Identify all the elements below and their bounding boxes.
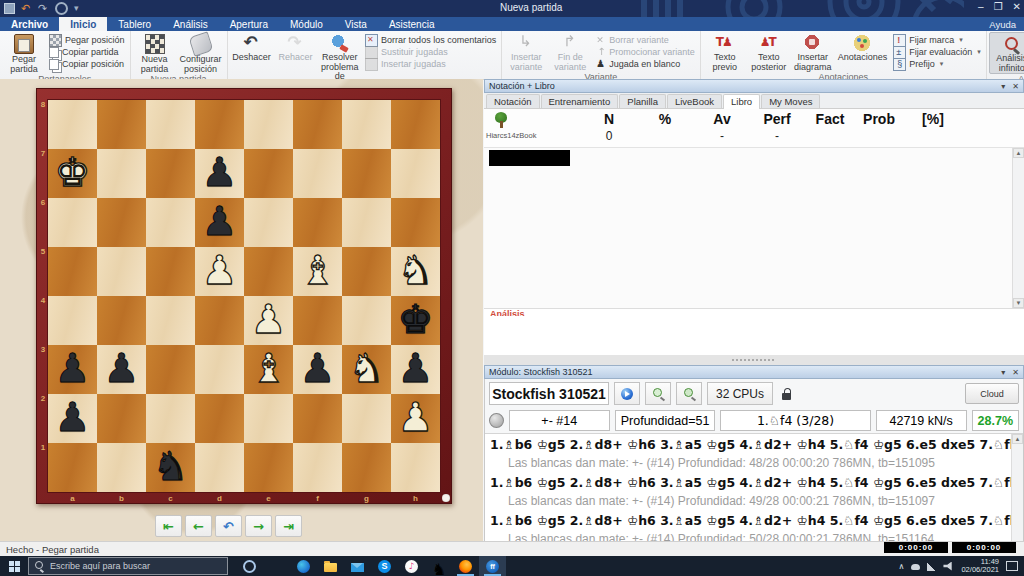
window-controls: – ❐ ✕ xyxy=(978,1,1021,12)
ribbon-button-label: Pegar posición xyxy=(65,35,125,45)
square-f5[interactable]: ♝ xyxy=(293,247,342,296)
ribbon-button-insertar-jugadas: Insertar jugadas xyxy=(362,58,499,70)
hidden-icons-chevron-icon[interactable]: ∧ xyxy=(899,562,905,571)
white-pawn[interactable]: ♟ xyxy=(195,247,244,296)
chess-app-icon: ♞ xyxy=(432,560,445,573)
windows-taskbar: Escribe aquí para buscar S♪♞ff ∧ 11:49 0… xyxy=(0,556,1024,576)
ribbon-button-deshacer[interactable]: Deshacer xyxy=(230,32,274,80)
cloud-button[interactable]: Cloud xyxy=(965,383,1019,404)
ribbon-button-label: Sustituir jugadas xyxy=(381,47,448,57)
paste-pos-icon xyxy=(49,34,62,47)
ribbon-button-borrar-todos-los-comentarios[interactable]: Borrar todos los comentarios xyxy=(362,34,499,46)
notation-empty-area[interactable] xyxy=(484,316,1024,355)
engine-lines[interactable]: ▲ ▼ 1.♗b6 ♔g5 2.♗d8+ ♔h6 3.♗a5 ♔g5 4.♗d2… xyxy=(485,433,1023,553)
square-g5[interactable] xyxy=(342,247,391,296)
title-bar: ↶ ↷ ▾ Nueva partida – ❐ ✕ xyxy=(0,0,1024,17)
square-f3[interactable]: ♟ xyxy=(293,345,342,394)
book-scrollbar[interactable]: ▲ ▼ xyxy=(1012,148,1024,308)
file-label: d xyxy=(195,494,244,503)
square-a4[interactable]: 4 xyxy=(48,296,97,345)
tab-asistencia[interactable]: Asistencia xyxy=(378,17,446,31)
go-end-button[interactable]: ⇥ xyxy=(275,515,302,537)
depth-box: Profundidad=51 xyxy=(615,410,716,431)
maximize-button[interactable]: ❐ xyxy=(994,1,1003,12)
notation-panel-titlebar[interactable]: Notación + Libro ▾ ✕ xyxy=(484,79,1024,93)
status-text: Hecho - Pegar partida xyxy=(6,544,99,555)
square-f8[interactable] xyxy=(293,100,342,149)
edge-icon xyxy=(297,560,310,573)
ribbon-group-anotaciones: Texto previoTexto posteriorInsertar diag… xyxy=(701,31,987,79)
ribbon-button-rehacer: Rehacer xyxy=(274,32,318,80)
square-h5[interactable]: ♞ xyxy=(391,247,440,296)
palette-icon xyxy=(853,34,871,52)
taskbar-mail-icon[interactable] xyxy=(344,556,371,576)
engine-switch-button[interactable] xyxy=(614,382,640,405)
black-pawn[interactable]: ♟ xyxy=(391,345,440,394)
black-knight[interactable]: ♞ xyxy=(146,443,195,492)
redo-big-icon xyxy=(287,34,305,52)
file-label: b xyxy=(97,494,146,503)
ribbon-button-label: Borrar variante xyxy=(609,35,669,45)
ribbon-button-label: Copiar partida xyxy=(62,47,119,57)
white-clock: 0:00:00 xyxy=(884,542,948,553)
square-e8[interactable] xyxy=(244,100,293,149)
square-c5[interactable] xyxy=(146,247,195,296)
ribbon-button-label: Promocionar variante xyxy=(609,47,695,57)
square-g7[interactable] xyxy=(342,149,391,198)
square-a5[interactable]: 5 xyxy=(48,247,97,296)
nullmove-icon xyxy=(595,59,606,70)
ribbon-button-anotaciones[interactable]: Anotaciones xyxy=(835,32,891,72)
task-view-icon xyxy=(270,560,283,573)
black-pawn[interactable]: ♟ xyxy=(293,345,342,394)
square-h7[interactable] xyxy=(391,149,440,198)
square-f7[interactable] xyxy=(293,149,342,198)
hash-usage-box: 28.7% xyxy=(972,410,1019,431)
book-tree-icon[interactable] xyxy=(492,112,510,128)
ribbon: Pegar partidaPegar posiciónCopiar partid… xyxy=(0,31,1024,80)
square-b2[interactable] xyxy=(97,394,146,443)
square-b7[interactable] xyxy=(97,149,146,198)
square-d2[interactable] xyxy=(195,394,244,443)
ribbon-button-fijar-evaluación[interactable]: Fijar evaluación▾ xyxy=(890,46,984,58)
game-clocks: 0:00:00 0:00:00 xyxy=(884,542,1016,553)
ribbon-button-label: Fijar marca xyxy=(909,35,954,45)
lock-icon[interactable] xyxy=(778,385,796,403)
square-c6[interactable] xyxy=(146,198,195,247)
engine-scrollbar[interactable]: ▲ ▼ xyxy=(1011,434,1023,552)
white-bishop[interactable]: ♝ xyxy=(244,345,293,394)
cortana-icon xyxy=(243,560,256,573)
white-pawn[interactable]: ♟ xyxy=(391,394,440,443)
square-g8[interactable] xyxy=(342,100,391,149)
promvar-icon xyxy=(595,47,606,58)
black-clock: 0:00:00 xyxy=(952,542,1016,553)
black-pawn[interactable]: ♟ xyxy=(195,198,244,247)
book-cell-value xyxy=(854,129,904,143)
square-h6[interactable] xyxy=(391,198,440,247)
engine-toolbar-row2: +- #14 Profundidad=51 1.♘f4 (3/28) 42719… xyxy=(485,407,1023,433)
black-king[interactable]: ♚ xyxy=(391,296,440,345)
taskbar-search-input[interactable]: Escribe aquí para buscar xyxy=(28,557,228,575)
square-a7[interactable]: ♚7 xyxy=(48,149,97,198)
ribbon-button-pegar-partida[interactable]: Pegar partida xyxy=(2,32,46,74)
ribbon-button-nueva-partida[interactable]: Nueva partida xyxy=(133,32,177,74)
taskbar-explorer-icon[interactable] xyxy=(317,556,344,576)
white-knight[interactable]: ♞ xyxy=(391,247,440,296)
insmov-icon xyxy=(365,58,378,71)
square-b8[interactable] xyxy=(97,100,146,149)
mail-icon xyxy=(351,563,364,572)
save-icon[interactable] xyxy=(4,3,15,14)
square-a3[interactable]: ♟3 xyxy=(48,345,97,394)
book-cell-value: 0 xyxy=(584,129,634,143)
tab-apertura[interactable]: Apertura xyxy=(219,17,279,31)
windows-logo-icon xyxy=(9,561,20,572)
minimize-button[interactable]: – xyxy=(978,1,984,12)
square-g1[interactable]: g xyxy=(342,443,391,492)
ribbon-button-copiar-partida[interactable]: Copiar partida xyxy=(46,46,128,58)
dropdown-arrow-icon[interactable]: ▾ xyxy=(959,36,963,44)
undo-big-icon xyxy=(243,34,261,52)
book-column-header: Fact xyxy=(806,111,854,127)
square-h1[interactable]: h xyxy=(391,443,440,492)
square-d6[interactable]: ♟ xyxy=(195,198,244,247)
notation-tabs: NotaciónEntrenamientoPlanillaLiveBookLib… xyxy=(484,93,1024,109)
clock-date[interactable]: 11:49 02/06/2021 xyxy=(961,558,999,574)
fritz-icon: ff xyxy=(486,560,499,573)
ribbon-button-jugada-en-blanco[interactable]: Jugada en blanco xyxy=(592,58,698,70)
tab-inicio[interactable]: Inicio xyxy=(59,17,107,31)
help-link[interactable]: Ayuda xyxy=(989,17,1024,31)
forward-button[interactable]: → xyxy=(245,515,272,537)
notation-tab-livebook[interactable]: LiveBook xyxy=(667,94,722,108)
black-pawn[interactable]: ♟ xyxy=(48,394,97,443)
square-g6[interactable] xyxy=(342,198,391,247)
taskbar-fritz-icon[interactable]: ff xyxy=(479,556,506,576)
white-to-move-indicator xyxy=(442,494,450,502)
square-d8[interactable] xyxy=(195,100,244,149)
file-label: a xyxy=(48,494,97,503)
prefix-icon xyxy=(893,58,906,71)
chess-board[interactable]: 8♚7♟6♟5♟♝♞4♟♚♟3♟♝♟♞♟♟2♟1ab♞cdefgh xyxy=(48,100,440,492)
ribbon-button-label: Fin de variante xyxy=(554,53,586,72)
undo-icon[interactable]: ↶ xyxy=(21,3,32,14)
board-pane: 8♚7♟6♟5♟♝♞4♟♚♟3♟♝♟♞♟♟2♟1ab♞cdefgh ⇤←↶→⇥ xyxy=(0,79,483,541)
tab-vista[interactable]: Vista xyxy=(334,17,378,31)
taskbar-edge-icon[interactable] xyxy=(290,556,317,576)
taskbar-firefox-icon[interactable] xyxy=(452,556,479,576)
square-e2[interactable] xyxy=(244,394,293,443)
zoom-out-analysis-button[interactable] xyxy=(676,382,702,405)
file-label: f xyxy=(293,494,342,503)
white-knight[interactable]: ♞ xyxy=(342,345,391,394)
takeback-button[interactable]: ↶ xyxy=(215,515,242,537)
network-icon[interactable] xyxy=(927,562,936,571)
square-a6[interactable]: 6 xyxy=(48,198,97,247)
square-c7[interactable] xyxy=(146,149,195,198)
book-cell-value: - xyxy=(748,129,806,143)
notation-tab-notación[interactable]: Notación xyxy=(486,94,540,108)
taskbar-skype-icon[interactable]: S xyxy=(371,556,398,576)
square-c2[interactable] xyxy=(146,394,195,443)
square-c3[interactable] xyxy=(146,345,195,394)
ribbon-button-análisis-infinito[interactable]: Análisis infinito xyxy=(989,32,1024,74)
window-title: Nueva partida xyxy=(500,2,562,13)
file-label: e xyxy=(244,494,293,503)
textpost-icon xyxy=(760,34,778,52)
ribbon-button-label: Texto previo xyxy=(712,53,737,72)
tab-módulo[interactable]: Módulo xyxy=(279,17,334,31)
square-f1[interactable]: f xyxy=(293,443,342,492)
panel-splitter[interactable] xyxy=(484,355,1024,365)
glove-icon xyxy=(188,31,213,56)
back-button[interactable]: ← xyxy=(185,515,212,537)
redo-icon[interactable]: ↷ xyxy=(38,3,49,14)
square-f4[interactable] xyxy=(293,296,342,345)
square-a1[interactable]: 1a xyxy=(48,443,97,492)
taskbar-cortana-icon[interactable] xyxy=(236,556,263,576)
board-icon xyxy=(145,34,165,54)
go-start-button[interactable]: ⇤ xyxy=(155,515,182,537)
notation-panel-title: Notación + Libro xyxy=(489,81,555,91)
tab-tablero[interactable]: Tablero xyxy=(107,17,162,31)
square-d3[interactable] xyxy=(195,345,244,394)
ribbon-button-label: Borrar todos los comentarios xyxy=(381,35,496,45)
square-g2[interactable] xyxy=(342,394,391,443)
skype-icon: S xyxy=(378,560,391,573)
copy-icon xyxy=(49,47,59,58)
notation-tab-my-moves[interactable]: My Moves xyxy=(761,94,820,108)
engine-move-line[interactable]: 1.♗b6 ♔g5 2.♗d8+ ♔h6 3.♗a5 ♔g5 4.♗d2+ ♔h… xyxy=(490,511,1011,530)
white-pawn[interactable]: ♟ xyxy=(244,296,293,345)
engine-name[interactable]: Stockfish 310521 xyxy=(489,382,609,405)
settings-gear-icon[interactable] xyxy=(55,2,68,15)
square-b6[interactable] xyxy=(97,198,146,247)
black-pawn[interactable]: ♟ xyxy=(97,345,146,394)
square-a2[interactable]: ♟2 xyxy=(48,394,97,443)
ribbon-button-label: Análisis infinito xyxy=(996,54,1024,73)
ribbon-group-sobrescribir: DeshacerRehacerResolver problema de plan… xyxy=(228,31,503,79)
ribbon-button-label: Pegar partida xyxy=(10,55,38,74)
engine-ball-icon xyxy=(621,388,633,400)
book-footer-label: Análisis xyxy=(484,309,525,316)
taskbar-itunes-icon[interactable]: ♪ xyxy=(398,556,425,576)
book-name: Hiarcs14zBook xyxy=(486,131,536,140)
solve-icon xyxy=(331,34,349,52)
insvar-icon xyxy=(517,34,535,52)
white-king[interactable]: ♚ xyxy=(48,149,97,198)
panel-close-icon[interactable]: ✕ xyxy=(1012,82,1019,91)
engine-scroll-up-icon[interactable]: ▲ xyxy=(1012,434,1023,444)
square-e4[interactable]: ♟ xyxy=(244,296,293,345)
tray-date: 02/06/2021 xyxy=(961,566,999,574)
square-d7[interactable]: ♟ xyxy=(195,149,244,198)
evaluation-box: +- #14 xyxy=(509,410,610,431)
dropdown-arrow-icon[interactable]: ▾ xyxy=(977,48,981,56)
ribbon-button-insertar-variante: Insertar variante xyxy=(504,32,548,72)
ribbon-group-portapapeles: Pegar partidaPegar posiciónCopiar partid… xyxy=(0,31,131,79)
square-c4[interactable] xyxy=(146,296,195,345)
black-pawn[interactable]: ♟ xyxy=(48,345,97,394)
textpre-icon xyxy=(716,34,734,52)
taskbar-app-icons: S♪♞ff xyxy=(236,556,506,576)
book-column-headers: N%AvPerfFactProb[%] xyxy=(584,111,962,127)
ribbon-button-label: Prefijo xyxy=(909,59,935,69)
onedrive-icon[interactable] xyxy=(911,564,920,570)
square-e5[interactable] xyxy=(244,247,293,296)
book-header: Hiarcs14zBook N%AvPerfFactProb[%] 0-- xyxy=(484,109,1024,148)
ribbon-button-pegar-posición[interactable]: Pegar posición xyxy=(46,34,128,46)
ribbon-button-label: Anotaciones xyxy=(838,53,888,63)
square-b1[interactable]: b xyxy=(97,443,146,492)
quick-access-toolbar: ↶ ↷ ▾ xyxy=(4,2,79,15)
ribbon-button-label: Texto posterior xyxy=(751,53,786,72)
book-column-header: Prob xyxy=(854,111,904,127)
right-column: Notación + Libro ▾ ✕ NotaciónEntrenamien… xyxy=(484,79,1024,541)
engine-info-line: Las blancas dan mate: +- (#14) Profundid… xyxy=(490,454,1011,473)
square-a8[interactable]: 8 xyxy=(48,100,97,149)
ribbon-button-texto-posterior[interactable]: Texto posterior xyxy=(747,32,791,72)
engine-move-line[interactable]: 1.♗b6 ♔g5 2.♗d8+ ♔h6 3.♗a5 ♔g5 4.♗d2+ ♔h… xyxy=(490,435,1011,454)
square-b3[interactable]: ♟ xyxy=(97,345,146,394)
paste-game-icon xyxy=(14,34,34,54)
endvar-icon xyxy=(561,34,579,52)
taskbar-chess-app-icon[interactable]: ♞ xyxy=(425,556,452,576)
square-f6[interactable] xyxy=(293,198,342,247)
ribbon-button-resolver-problema-de-planilla[interactable]: Resolver problema de planilla xyxy=(318,32,363,80)
ribbon-button-label: Insertar jugadas xyxy=(381,59,446,69)
file-label: g xyxy=(342,494,391,503)
taskbar-task-view-icon[interactable] xyxy=(263,556,290,576)
ribbon-button-copiar-posición[interactable]: Copiar posición xyxy=(46,58,128,70)
redacted-box xyxy=(489,150,570,166)
qat-more-icon[interactable]: ▾ xyxy=(74,3,79,14)
square-e1[interactable]: e xyxy=(244,443,293,492)
ribbon-button-configurar-posición[interactable]: Configurar posición xyxy=(177,32,225,74)
book-body[interactable]: ▲ ▼ xyxy=(484,148,1024,309)
square-f2[interactable] xyxy=(293,394,342,443)
engine-info-line: Las blancas dan mate: +- (#14) Profundid… xyxy=(490,492,1011,511)
rank-label: 7 xyxy=(39,149,47,158)
square-h2[interactable]: ♟ xyxy=(391,394,440,443)
start-button[interactable] xyxy=(0,556,28,576)
square-h8[interactable] xyxy=(391,100,440,149)
notation-tab-entrenamiento[interactable]: Entrenamiento xyxy=(541,94,619,108)
engine-toolbar-row1: Stockfish 310521 32 CPUs Cloud xyxy=(485,379,1023,407)
status-bar: Hecho - Pegar partida xyxy=(0,541,1024,556)
dropdown-arrow-icon[interactable]: ▾ xyxy=(940,60,944,68)
square-e6[interactable] xyxy=(244,198,293,247)
panel-dropdown-icon[interactable]: ▾ xyxy=(1001,82,1005,91)
square-d1[interactable]: d xyxy=(195,443,244,492)
file-label: c xyxy=(146,494,195,503)
engine-move-line[interactable]: 1.♗b6 ♔g5 2.♗d8+ ♔h6 3.♗a5 ♔g5 4.♗d2+ ♔h… xyxy=(490,473,1011,492)
ribbon-button-prefijo[interactable]: Prefijo▾ xyxy=(890,58,984,70)
square-b5[interactable] xyxy=(97,247,146,296)
book-values-row: 0-- xyxy=(584,129,962,143)
delvar-icon xyxy=(595,35,606,46)
square-h3[interactable]: ♟ xyxy=(391,345,440,394)
engine-panel: Stockfish 310521 32 CPUs Cloud +- #14 Pr… xyxy=(484,379,1024,554)
close-button[interactable]: ✕ xyxy=(1013,1,1021,12)
square-g4[interactable] xyxy=(342,296,391,345)
tab-análisis[interactable]: Análisis xyxy=(162,17,218,31)
current-move-box: 1.♘f4 (3/28) xyxy=(720,410,870,431)
ribbon-button-label: Fijar evaluación xyxy=(909,47,972,57)
rank-label: 1 xyxy=(39,443,47,452)
ribbon-button-label: Nueva partida xyxy=(141,55,169,74)
scroll-down-icon[interactable]: ▼ xyxy=(1013,298,1024,308)
file-label: h xyxy=(391,494,440,503)
square-e7[interactable] xyxy=(244,149,293,198)
notation-tab-planilla[interactable]: Planilla xyxy=(619,94,666,108)
engine-panel-close-icon[interactable]: ✕ xyxy=(1012,368,1019,377)
board-frame: 8♚7♟6♟5♟♝♞4♟♚♟3♟♝♟♞♟♟2♟1ab♞cdefgh xyxy=(36,88,452,504)
fritz-chess-application: ↶ ↷ ▾ Nueva partida – ❐ ✕ ArchivoInicioT… xyxy=(0,0,1024,576)
itunes-icon: ♪ xyxy=(405,560,418,573)
scroll-up-icon[interactable]: ▲ xyxy=(1013,148,1024,158)
ribbon-button-label: Jugada en blanco xyxy=(609,59,680,69)
notification-center-icon[interactable] xyxy=(1006,561,1018,571)
book-column-header: Perf xyxy=(748,111,806,127)
book-footer-row: Análisis … … …… ……… …… … … … … xyxy=(484,309,1024,316)
ribbon-button-insertar-diagrama[interactable]: Insertar diagrama xyxy=(791,32,835,72)
square-d5[interactable]: ♟ xyxy=(195,247,244,296)
square-b4[interactable] xyxy=(97,296,146,345)
book-cell-value xyxy=(634,129,696,143)
book-column-header: [%] xyxy=(904,111,962,127)
square-g3[interactable]: ♞ xyxy=(342,345,391,394)
ribbon-button-label: Rehacer xyxy=(279,53,313,63)
rank-label: 2 xyxy=(39,394,47,403)
ribbon-button-label: Configurar posición xyxy=(180,55,222,74)
magnifier-minus-icon xyxy=(683,387,696,400)
rank-label: 6 xyxy=(39,198,47,207)
search-placeholder: Escribe aquí para buscar xyxy=(50,561,150,571)
book-cell-value: - xyxy=(696,129,748,143)
cpus-button[interactable]: 32 CPUs xyxy=(707,382,773,405)
engine-status-lamp-icon[interactable] xyxy=(489,413,504,428)
ribbon-button-label: Deshacer xyxy=(232,53,271,63)
ribbon-button-fijar-marca[interactable]: Fijar marca▾ xyxy=(890,34,984,46)
book-column-header: % xyxy=(634,111,696,127)
square-c8[interactable] xyxy=(146,100,195,149)
square-d4[interactable] xyxy=(195,296,244,345)
main-area: 8♚7♟6♟5♟♝♞4♟♚♟3♟♝♟♞♟♟2♟1ab♞cdefgh ⇤←↶→⇥ … xyxy=(0,79,1024,541)
white-bishop[interactable]: ♝ xyxy=(293,247,342,296)
ribbon-group-análisis: Análisis infinitoAnálisis completoAnális… xyxy=(987,31,1024,79)
notation-tab-libro[interactable]: Libro xyxy=(723,94,760,109)
square-e3[interactable]: ♝ xyxy=(244,345,293,394)
square-h4[interactable]: ♚ xyxy=(391,296,440,345)
ribbon-button-label: Insertar variante xyxy=(510,53,542,72)
square-c1[interactable]: ♞c xyxy=(146,443,195,492)
explorer-icon xyxy=(324,563,337,572)
ribbon-button-fin-de-variante: Fin de variante xyxy=(548,32,592,72)
engine-panel-titlebar[interactable]: Módulo: Stockfish 310521 ▾ ✕ xyxy=(484,365,1024,379)
system-tray: ∧ 11:49 02/06/2021 xyxy=(899,558,1024,574)
book-cell-value xyxy=(806,129,854,143)
volume-icon[interactable] xyxy=(943,562,954,571)
rank-label: 4 xyxy=(39,296,47,305)
black-pawn[interactable]: ♟ xyxy=(195,149,244,198)
tab-archivo[interactable]: Archivo xyxy=(0,17,59,31)
zoom-in-analysis-button[interactable] xyxy=(645,382,671,405)
engine-panel-dropdown-icon[interactable]: ▾ xyxy=(1001,368,1005,377)
diagram-icon xyxy=(804,34,822,52)
ribbon-button-texto-previo[interactable]: Texto previo xyxy=(703,32,747,72)
